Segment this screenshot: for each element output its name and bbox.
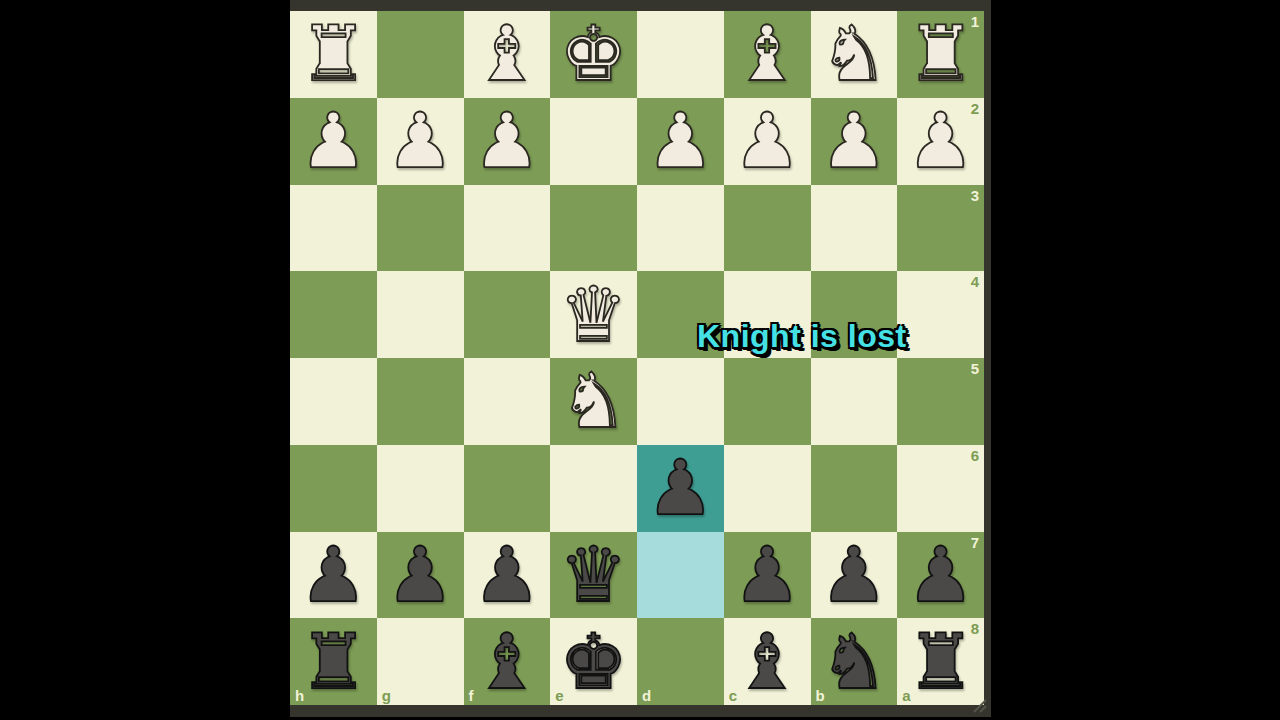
square-h7[interactable]: ♟	[290, 532, 377, 619]
square-a3[interactable]: 3	[897, 185, 984, 272]
square-d1[interactable]	[637, 11, 724, 98]
square-e1[interactable]: ♚	[550, 11, 637, 98]
square-c8[interactable]: ♝c	[724, 618, 811, 705]
rank-label-4: 4	[971, 274, 979, 289]
black-pawn[interactable]: ♟	[646, 450, 714, 526]
square-h1[interactable]: ♜	[290, 11, 377, 98]
square-e4[interactable]: ♛	[550, 271, 637, 358]
square-f2[interactable]: ♟	[464, 98, 551, 185]
file-label-f: f	[469, 688, 474, 703]
square-e8[interactable]: ♚e	[550, 618, 637, 705]
black-rook[interactable]: ♜	[299, 624, 367, 700]
file-label-b: b	[816, 688, 825, 703]
square-c7[interactable]: ♟	[724, 532, 811, 619]
square-a6[interactable]: 6	[897, 445, 984, 532]
square-d3[interactable]	[637, 185, 724, 272]
white-knight[interactable]: ♞	[820, 16, 888, 92]
square-d8[interactable]: d	[637, 618, 724, 705]
square-f7[interactable]: ♟	[464, 532, 551, 619]
black-pawn[interactable]: ♟	[907, 537, 975, 613]
file-label-a: a	[902, 688, 910, 703]
file-label-h: h	[295, 688, 304, 703]
square-d7[interactable]	[637, 532, 724, 619]
white-king[interactable]: ♚	[560, 16, 628, 92]
black-bishop[interactable]: ♝	[473, 624, 541, 700]
square-g2[interactable]: ♟	[377, 98, 464, 185]
square-b8[interactable]: ♞b	[811, 618, 898, 705]
square-b2[interactable]: ♟	[811, 98, 898, 185]
white-pawn[interactable]: ♟	[299, 103, 367, 179]
square-b6[interactable]	[811, 445, 898, 532]
square-h2[interactable]: ♟	[290, 98, 377, 185]
square-c1[interactable]: ♝	[724, 11, 811, 98]
black-queen[interactable]: ♛	[560, 537, 628, 613]
white-pawn[interactable]: ♟	[473, 103, 541, 179]
square-g4[interactable]	[377, 271, 464, 358]
white-pawn[interactable]: ♟	[386, 103, 454, 179]
square-h5[interactable]	[290, 358, 377, 445]
rank-label-1: 1	[971, 14, 979, 29]
square-f6[interactable]	[464, 445, 551, 532]
rank-label-6: 6	[971, 448, 979, 463]
rank-label-3: 3	[971, 188, 979, 203]
white-rook[interactable]: ♜	[299, 16, 367, 92]
file-label-e: e	[555, 688, 563, 703]
square-d2[interactable]: ♟	[637, 98, 724, 185]
square-d5[interactable]	[637, 358, 724, 445]
square-h3[interactable]	[290, 185, 377, 272]
square-e7[interactable]: ♛	[550, 532, 637, 619]
square-e5[interactable]: ♞	[550, 358, 637, 445]
square-d6[interactable]: ♟	[637, 445, 724, 532]
square-a4[interactable]: 4	[897, 271, 984, 358]
square-a1[interactable]: ♜1	[897, 11, 984, 98]
black-knight[interactable]: ♞	[820, 624, 888, 700]
board-resize-handle[interactable]	[971, 697, 988, 714]
black-pawn[interactable]: ♟	[299, 537, 367, 613]
white-knight[interactable]: ♞	[560, 363, 628, 439]
square-g7[interactable]: ♟	[377, 532, 464, 619]
square-e2[interactable]	[550, 98, 637, 185]
black-pawn[interactable]: ♟	[386, 537, 454, 613]
file-label-g: g	[382, 688, 391, 703]
square-a2[interactable]: ♟2	[897, 98, 984, 185]
rank-label-7: 7	[971, 535, 979, 550]
white-pawn[interactable]: ♟	[733, 103, 801, 179]
square-f8[interactable]: ♝f	[464, 618, 551, 705]
square-b5[interactable]	[811, 358, 898, 445]
square-b1[interactable]: ♞	[811, 11, 898, 98]
rank-label-8: 8	[971, 621, 979, 636]
video-frame: ♜♝♚♝♞♜1♟♟♟♟♟♟♟23♛4♞5♟6♟♟♟♛♟♟♟7♜hg♝f♚ed♝c…	[0, 0, 1280, 720]
white-bishop[interactable]: ♝	[733, 16, 801, 92]
white-pawn[interactable]: ♟	[907, 103, 975, 179]
square-g1[interactable]	[377, 11, 464, 98]
white-pawn[interactable]: ♟	[646, 103, 714, 179]
square-g6[interactable]	[377, 445, 464, 532]
square-e6[interactable]	[550, 445, 637, 532]
square-g8[interactable]: g	[377, 618, 464, 705]
chess-board-frame: ♜♝♚♝♞♜1♟♟♟♟♟♟♟23♛4♞5♟6♟♟♟♛♟♟♟7♜hg♝f♚ed♝c…	[290, 0, 991, 717]
black-pawn[interactable]: ♟	[820, 537, 888, 613]
black-pawn[interactable]: ♟	[733, 537, 801, 613]
white-queen[interactable]: ♛	[560, 277, 628, 353]
white-rook[interactable]: ♜	[907, 16, 975, 92]
square-f3[interactable]	[464, 185, 551, 272]
square-b3[interactable]	[811, 185, 898, 272]
square-a5[interactable]: 5	[897, 358, 984, 445]
square-h6[interactable]	[290, 445, 377, 532]
square-g5[interactable]	[377, 358, 464, 445]
square-b7[interactable]: ♟	[811, 532, 898, 619]
square-h8[interactable]: ♜h	[290, 618, 377, 705]
square-f5[interactable]	[464, 358, 551, 445]
white-pawn[interactable]: ♟	[820, 103, 888, 179]
black-king[interactable]: ♚	[560, 624, 628, 700]
rank-label-2: 2	[971, 101, 979, 116]
black-rook[interactable]: ♜	[907, 624, 975, 700]
file-label-c: c	[729, 688, 737, 703]
square-c3[interactable]	[724, 185, 811, 272]
square-c2[interactable]: ♟	[724, 98, 811, 185]
square-g3[interactable]	[377, 185, 464, 272]
square-f4[interactable]	[464, 271, 551, 358]
black-bishop[interactable]: ♝	[733, 624, 801, 700]
chess-board[interactable]: ♜♝♚♝♞♜1♟♟♟♟♟♟♟23♛4♞5♟6♟♟♟♛♟♟♟7♜hg♝f♚ed♝c…	[290, 11, 984, 705]
rank-label-5: 5	[971, 361, 979, 376]
square-a8[interactable]: ♜8a	[897, 618, 984, 705]
square-c5[interactable]	[724, 358, 811, 445]
black-pawn[interactable]: ♟	[473, 537, 541, 613]
file-label-d: d	[642, 688, 651, 703]
white-bishop[interactable]: ♝	[473, 16, 541, 92]
square-c6[interactable]	[724, 445, 811, 532]
square-f1[interactable]: ♝	[464, 11, 551, 98]
caption-knight-is-lost: Knight is lost	[697, 318, 907, 355]
square-a7[interactable]: ♟7	[897, 532, 984, 619]
square-e3[interactable]	[550, 185, 637, 272]
square-h4[interactable]	[290, 271, 377, 358]
